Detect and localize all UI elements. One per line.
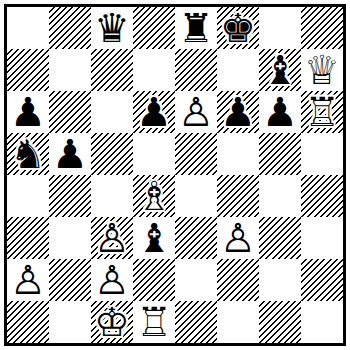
square-a3[interactable] bbox=[7, 217, 49, 259]
square-h6[interactable]: ♖ bbox=[301, 91, 343, 133]
square-f3[interactable]: ♙ bbox=[217, 217, 259, 259]
square-d3[interactable]: ♝ bbox=[133, 217, 175, 259]
square-b8[interactable] bbox=[49, 7, 91, 49]
square-g2[interactable] bbox=[259, 259, 301, 301]
piece-black-knight: ♞ bbox=[10, 133, 46, 175]
square-h4[interactable] bbox=[301, 175, 343, 217]
square-d4[interactable]: ♗ bbox=[133, 175, 175, 217]
square-h1[interactable] bbox=[301, 301, 343, 343]
square-c1[interactable]: ♔ bbox=[91, 301, 133, 343]
square-f1[interactable] bbox=[217, 301, 259, 343]
square-a7[interactable] bbox=[7, 49, 49, 91]
piece-white-pawn: ♙ bbox=[220, 217, 256, 259]
piece-white-pawn: ♙ bbox=[10, 259, 46, 301]
square-f8[interactable]: ♚ bbox=[217, 7, 259, 49]
piece-black-bishop: ♝ bbox=[262, 49, 298, 91]
square-c7[interactable] bbox=[91, 49, 133, 91]
square-e2[interactable] bbox=[175, 259, 217, 301]
square-b1[interactable] bbox=[49, 301, 91, 343]
square-d5[interactable] bbox=[133, 133, 175, 175]
piece-white-pawn: ♙ bbox=[178, 91, 214, 133]
piece-white-king: ♔ bbox=[94, 301, 130, 343]
piece-black-rook: ♜ bbox=[178, 7, 214, 49]
square-g5[interactable] bbox=[259, 133, 301, 175]
square-b5[interactable]: ♟ bbox=[49, 133, 91, 175]
square-c2[interactable]: ♙ bbox=[91, 259, 133, 301]
square-g3[interactable] bbox=[259, 217, 301, 259]
chess-board: ♛♜♚♝♕♟♟♙♟♟♖♞♟♗♙♝♙♙♙♔♖ bbox=[7, 7, 343, 343]
square-d6[interactable]: ♟ bbox=[133, 91, 175, 133]
piece-black-king: ♚ bbox=[220, 7, 256, 49]
piece-black-pawn: ♟ bbox=[10, 91, 46, 133]
square-g8[interactable] bbox=[259, 7, 301, 49]
square-a2[interactable]: ♙ bbox=[7, 259, 49, 301]
square-a5[interactable]: ♞ bbox=[7, 133, 49, 175]
square-h2[interactable] bbox=[301, 259, 343, 301]
board-border: ♛♜♚♝♕♟♟♙♟♟♖♞♟♗♙♝♙♙♙♔♖ bbox=[4, 4, 346, 346]
square-h8[interactable] bbox=[301, 7, 343, 49]
square-a1[interactable] bbox=[7, 301, 49, 343]
square-b2[interactable] bbox=[49, 259, 91, 301]
square-e3[interactable] bbox=[175, 217, 217, 259]
square-h5[interactable] bbox=[301, 133, 343, 175]
square-c3[interactable]: ♙ bbox=[91, 217, 133, 259]
square-e5[interactable] bbox=[175, 133, 217, 175]
square-b3[interactable] bbox=[49, 217, 91, 259]
square-d1[interactable]: ♖ bbox=[133, 301, 175, 343]
square-f2[interactable] bbox=[217, 259, 259, 301]
piece-black-pawn: ♟ bbox=[52, 133, 88, 175]
square-b4[interactable] bbox=[49, 175, 91, 217]
square-g6[interactable]: ♟ bbox=[259, 91, 301, 133]
square-c4[interactable] bbox=[91, 175, 133, 217]
piece-white-pawn: ♙ bbox=[94, 217, 130, 259]
square-g4[interactable] bbox=[259, 175, 301, 217]
square-f4[interactable] bbox=[217, 175, 259, 217]
piece-white-rook: ♖ bbox=[304, 91, 340, 133]
square-a4[interactable] bbox=[7, 175, 49, 217]
square-b6[interactable] bbox=[49, 91, 91, 133]
square-b7[interactable] bbox=[49, 49, 91, 91]
square-h3[interactable] bbox=[301, 217, 343, 259]
square-d7[interactable] bbox=[133, 49, 175, 91]
piece-black-pawn: ♟ bbox=[262, 91, 298, 133]
piece-black-bishop: ♝ bbox=[136, 217, 172, 259]
square-d2[interactable] bbox=[133, 259, 175, 301]
square-c6[interactable] bbox=[91, 91, 133, 133]
square-e4[interactable] bbox=[175, 175, 217, 217]
square-e6[interactable]: ♙ bbox=[175, 91, 217, 133]
piece-black-pawn: ♟ bbox=[136, 91, 172, 133]
chess-diagram: ♛♜♚♝♕♟♟♙♟♟♖♞♟♗♙♝♙♙♙♔♖ bbox=[0, 0, 350, 350]
square-a8[interactable] bbox=[7, 7, 49, 49]
square-f7[interactable] bbox=[217, 49, 259, 91]
square-a6[interactable]: ♟ bbox=[7, 91, 49, 133]
piece-white-queen: ♕ bbox=[304, 49, 340, 91]
square-f5[interactable] bbox=[217, 133, 259, 175]
square-e8[interactable]: ♜ bbox=[175, 7, 217, 49]
square-c5[interactable] bbox=[91, 133, 133, 175]
piece-white-bishop: ♗ bbox=[136, 175, 172, 217]
square-g7[interactable]: ♝ bbox=[259, 49, 301, 91]
piece-white-rook: ♖ bbox=[136, 301, 172, 343]
square-e7[interactable] bbox=[175, 49, 217, 91]
square-f6[interactable]: ♟ bbox=[217, 91, 259, 133]
square-g1[interactable] bbox=[259, 301, 301, 343]
square-d8[interactable] bbox=[133, 7, 175, 49]
piece-black-queen: ♛ bbox=[94, 7, 130, 49]
square-e1[interactable] bbox=[175, 301, 217, 343]
square-h7[interactable]: ♕ bbox=[301, 49, 343, 91]
piece-white-pawn: ♙ bbox=[94, 259, 130, 301]
piece-black-pawn: ♟ bbox=[220, 91, 256, 133]
square-c8[interactable]: ♛ bbox=[91, 7, 133, 49]
